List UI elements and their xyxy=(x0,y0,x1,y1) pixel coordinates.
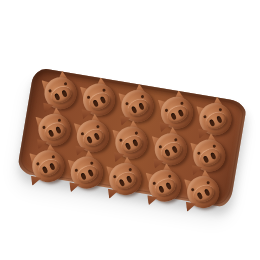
pig-right-nostril-icon xyxy=(133,139,139,147)
pig-left-nostril-icon xyxy=(125,143,131,151)
chocolate-mold-tray xyxy=(17,67,248,208)
pig-left-nostril-icon xyxy=(93,100,99,108)
pig-left-nostril-icon xyxy=(87,136,93,144)
pig-right-nostril-icon xyxy=(100,96,106,104)
pig-right-nostril-icon xyxy=(216,116,222,124)
photo-background xyxy=(0,0,260,260)
pig-right-nostril-icon xyxy=(127,176,133,184)
cavity-grid xyxy=(27,72,237,203)
pig-left-nostril-icon xyxy=(119,179,125,187)
pig-right-nostril-icon xyxy=(49,163,55,171)
pig-left-nostril-icon xyxy=(158,186,164,194)
cavity-cell xyxy=(180,170,225,213)
pig-right-nostril-icon xyxy=(139,103,145,111)
pig-right-nostril-icon xyxy=(210,152,216,160)
pig-left-nostril-icon xyxy=(197,192,203,200)
pig-left-nostril-icon xyxy=(203,156,209,164)
pig-left-nostril-icon xyxy=(170,113,176,121)
pig-right-nostril-icon xyxy=(55,127,61,135)
pig-right-nostril-icon xyxy=(165,182,171,190)
pig-right-nostril-icon xyxy=(62,90,68,98)
pig-right-nostril-icon xyxy=(88,169,94,177)
pig-right-nostril-icon xyxy=(178,109,184,117)
pig-left-nostril-icon xyxy=(48,130,54,138)
pig-left-nostril-icon xyxy=(42,166,48,174)
pig-left-nostril-icon xyxy=(132,106,138,114)
pig-right-nostril-icon xyxy=(204,189,210,197)
pig-left-nostril-icon xyxy=(81,173,87,181)
pig-right-nostril-icon xyxy=(94,133,100,141)
pig-right-nostril-icon xyxy=(171,146,177,154)
pig-left-nostril-icon xyxy=(54,93,60,101)
pig-left-nostril-icon xyxy=(164,149,170,157)
pig-left-nostril-icon xyxy=(209,119,215,127)
